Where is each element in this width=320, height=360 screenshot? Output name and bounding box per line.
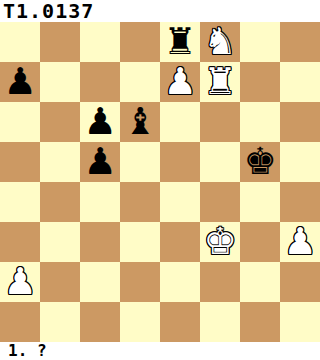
square-a7[interactable]: ♟ [0,62,40,102]
square-a1[interactable] [0,302,40,342]
square-g7[interactable] [240,62,280,102]
square-f2[interactable] [200,262,240,302]
square-b8[interactable] [40,22,80,62]
square-h2[interactable] [280,262,320,302]
square-e6[interactable] [160,102,200,142]
square-e3[interactable] [160,222,200,262]
square-g3[interactable] [240,222,280,262]
square-d8[interactable] [120,22,160,62]
square-f7[interactable]: ♜ [200,62,240,102]
square-b4[interactable] [40,182,80,222]
piece-black-king[interactable]: ♚ [243,143,276,180]
square-c1[interactable] [80,302,120,342]
square-b5[interactable] [40,142,80,182]
square-b1[interactable] [40,302,80,342]
piece-white-pawn[interactable]: ♟ [283,223,316,260]
square-f6[interactable] [200,102,240,142]
square-g6[interactable] [240,102,280,142]
piece-black-rook[interactable]: ♜ [163,23,196,60]
square-b2[interactable] [40,262,80,302]
square-b7[interactable] [40,62,80,102]
square-a6[interactable] [0,102,40,142]
square-c4[interactable] [80,182,120,222]
square-c3[interactable] [80,222,120,262]
square-c2[interactable] [80,262,120,302]
square-f4[interactable] [200,182,240,222]
square-h5[interactable] [280,142,320,182]
piece-black-bishop[interactable]: ♝ [123,103,156,140]
piece-white-king[interactable]: ♚ [203,223,236,260]
square-f1[interactable] [200,302,240,342]
square-h3[interactable]: ♟ [280,222,320,262]
chess-board: ♜♞♟♟♜♟♝♟♚♚♟♟ [0,22,320,342]
piece-white-rook[interactable]: ♜ [203,63,236,100]
square-e8[interactable]: ♜ [160,22,200,62]
square-h4[interactable] [280,182,320,222]
piece-white-knight[interactable]: ♞ [203,23,236,60]
square-a2[interactable]: ♟ [0,262,40,302]
square-a8[interactable] [0,22,40,62]
square-a5[interactable] [0,142,40,182]
square-g2[interactable] [240,262,280,302]
square-c8[interactable] [80,22,120,62]
square-e4[interactable] [160,182,200,222]
square-e7[interactable]: ♟ [160,62,200,102]
square-f3[interactable]: ♚ [200,222,240,262]
square-e1[interactable] [160,302,200,342]
square-c5[interactable]: ♟ [80,142,120,182]
square-e2[interactable] [160,262,200,302]
square-g4[interactable] [240,182,280,222]
square-f5[interactable] [200,142,240,182]
square-h1[interactable] [280,302,320,342]
square-g8[interactable] [240,22,280,62]
square-g1[interactable] [240,302,280,342]
piece-black-pawn[interactable]: ♟ [3,63,36,100]
square-h6[interactable] [280,102,320,142]
square-a3[interactable] [0,222,40,262]
square-d3[interactable] [120,222,160,262]
square-d4[interactable] [120,182,160,222]
piece-black-pawn[interactable]: ♟ [83,103,116,140]
square-b6[interactable] [40,102,80,142]
square-d7[interactable] [120,62,160,102]
square-h7[interactable] [280,62,320,102]
square-c7[interactable] [80,62,120,102]
square-d6[interactable]: ♝ [120,102,160,142]
square-e5[interactable] [160,142,200,182]
piece-white-pawn[interactable]: ♟ [3,263,36,300]
puzzle-title: T1.0137 [3,0,94,22]
chess-puzzle-app: T1.0137 ♜♞♟♟♜♟♝♟♚♚♟♟ 1. ? [0,0,320,360]
square-d1[interactable] [120,302,160,342]
square-c6[interactable]: ♟ [80,102,120,142]
square-d2[interactable] [120,262,160,302]
piece-black-pawn[interactable]: ♟ [83,143,116,180]
square-f8[interactable]: ♞ [200,22,240,62]
square-b3[interactable] [40,222,80,262]
square-d5[interactable] [120,142,160,182]
piece-white-pawn[interactable]: ♟ [163,63,196,100]
square-g5[interactable]: ♚ [240,142,280,182]
square-a4[interactable] [0,182,40,222]
move-prompt: 1. ? [8,342,47,360]
square-h8[interactable] [280,22,320,62]
